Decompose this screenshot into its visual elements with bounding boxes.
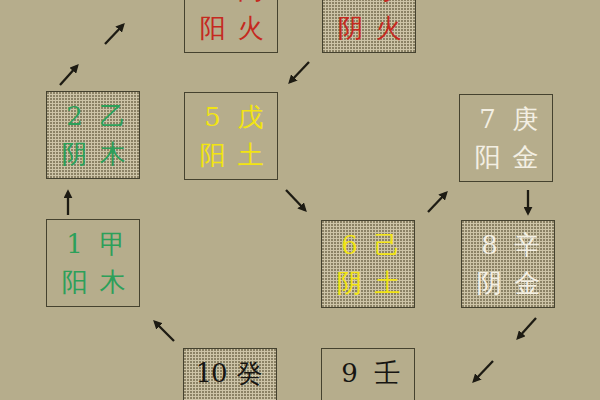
stem-number: 6	[341, 232, 357, 258]
stem-box-5-wu: 5 戊 阳 土	[184, 92, 278, 180]
stem-number-row: 3 丙	[193, 0, 269, 9]
arrow-stem6-to-stem7-icon	[428, 193, 446, 212]
stem-number: 7	[479, 106, 495, 132]
stem-polarity: 阳	[62, 269, 87, 295]
stem-number: 4	[342, 0, 358, 3]
stem-element: 火	[238, 15, 263, 41]
stem-element-row	[192, 392, 268, 400]
stem-number: 8	[481, 232, 497, 258]
stem-number: 2	[66, 103, 82, 129]
stem-number-row: 8 辛	[470, 226, 546, 264]
stem-number: 10	[195, 360, 226, 386]
stem-element: 土	[238, 142, 263, 168]
stem-box-4-ding: 4 丁 阴 火	[322, 0, 416, 53]
stem-polarity: 阴	[62, 141, 87, 167]
stem-element: 土	[375, 270, 400, 296]
stem-box-6-ji: 6 己 阴 土	[321, 220, 415, 308]
stem-number-row: 2 乙	[55, 97, 131, 135]
stem-element-row: 阴 土	[330, 264, 406, 302]
stem-box-8-xin: 8 辛 阴 金	[461, 220, 555, 308]
stem-character: 己	[375, 232, 400, 258]
stem-polarity: 阴	[477, 270, 502, 296]
stem-polarity: 阴	[337, 270, 362, 296]
stem-number-row: 4 丁	[331, 0, 407, 9]
stem-box-2-yi: 2 乙 阴 木	[46, 91, 140, 179]
stem-number: 1	[66, 231, 82, 257]
arrow-stem10-to-stem1-icon	[155, 322, 174, 341]
stem-polarity: 阳	[200, 15, 225, 41]
arrow-stem2-to-stem3-icon	[105, 25, 123, 44]
stem-character: 甲	[100, 231, 125, 257]
stem-polarity: 阴	[338, 15, 363, 41]
stem-element-row: 阳 木	[55, 263, 131, 301]
stem-element-row: 阴 木	[55, 135, 131, 173]
stem-element: 金	[515, 270, 540, 296]
cycle-arrows	[0, 0, 600, 400]
stem-character: 癸	[237, 360, 262, 386]
stem-character: 庚	[513, 106, 538, 132]
stem-element: 火	[376, 15, 401, 41]
stem-box-9-ren: 9 壬	[321, 348, 415, 400]
stem-element-row: 阳 土	[193, 136, 269, 174]
arrow-stem8-to-stem9-icon	[518, 318, 536, 338]
stem-character: 丁	[376, 0, 401, 3]
arrow-stem8-to-stem9-icon	[474, 361, 493, 381]
stem-box-3-bing: 3 丙 阳 火	[184, 0, 278, 53]
stem-number-row: 10 癸	[192, 354, 268, 392]
stem-element: 金	[513, 144, 538, 170]
stem-character: 辛	[515, 232, 540, 258]
stem-number-row: 1 甲	[55, 225, 131, 263]
stem-number: 5	[204, 104, 220, 130]
stem-element-row: 阳 金	[468, 138, 544, 176]
stem-number-row: 5 戊	[193, 98, 269, 136]
stem-element-row	[330, 392, 406, 400]
stem-character: 壬	[375, 360, 400, 386]
stem-character: 乙	[100, 103, 125, 129]
stem-number-row: 9 壬	[330, 354, 406, 392]
arrow-stem4-to-stem5-icon	[290, 62, 309, 82]
stem-number: 3	[204, 0, 220, 3]
arrow-stem2-to-stem3-icon	[60, 66, 77, 85]
stem-character: 丙	[238, 0, 263, 3]
stem-box-10-gui: 10 癸	[183, 348, 277, 400]
stem-box-7-geng: 7 庚 阳 金	[459, 94, 553, 182]
stem-box-1-jia: 1 甲 阳 木	[46, 219, 140, 307]
stem-element: 木	[100, 141, 125, 167]
stem-polarity: 阳	[475, 144, 500, 170]
stem-element: 木	[100, 269, 125, 295]
stem-element-row: 阴 火	[331, 9, 407, 47]
stem-element-row: 阴 金	[470, 264, 546, 302]
stem-character: 戊	[238, 104, 263, 130]
stem-number: 9	[341, 360, 357, 386]
arrow-stem5-to-stem6-icon	[286, 190, 305, 210]
stem-element-row: 阳 火	[193, 9, 269, 47]
stem-number-row: 7 庚	[468, 100, 544, 138]
stem-number-row: 6 己	[330, 226, 406, 264]
stem-polarity: 阳	[200, 142, 225, 168]
heavenly-stems-diagram: 3 丙 阳 火 4 丁 阴 火 2 乙 阴 木 5 戊	[0, 0, 600, 400]
